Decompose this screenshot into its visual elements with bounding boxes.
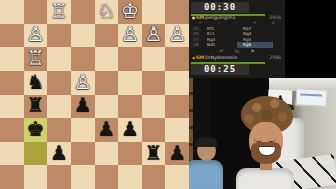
piece-wP: ♙ bbox=[145, 24, 163, 44]
game-actions: ↶ ½ ⚑ bbox=[191, 48, 283, 54]
square[interactable] bbox=[165, 0, 189, 24]
bottom-player-rating: 2986 bbox=[269, 55, 281, 61]
square[interactable] bbox=[47, 95, 71, 119]
piece-bP: ♟ bbox=[97, 119, 115, 139]
nav-menu-icon[interactable]: ≡ bbox=[271, 20, 275, 25]
nav-last-icon[interactable]: ⇥ bbox=[252, 20, 256, 25]
move-number: 28 bbox=[191, 42, 201, 47]
square[interactable]: ♖ bbox=[47, 0, 71, 24]
square[interactable]: ♞ bbox=[24, 71, 48, 95]
square[interactable] bbox=[118, 95, 142, 119]
top-clock: 00:30 bbox=[191, 2, 249, 13]
square[interactable] bbox=[165, 95, 189, 119]
blue-shirt-person-hair bbox=[196, 137, 217, 147]
piece-wP: ♙ bbox=[26, 24, 44, 44]
square[interactable] bbox=[0, 165, 24, 189]
square[interactable]: ♜ bbox=[24, 95, 48, 119]
square[interactable] bbox=[95, 142, 119, 166]
square[interactable] bbox=[0, 95, 24, 119]
square[interactable]: ♙ bbox=[24, 24, 48, 48]
square[interactable] bbox=[71, 142, 95, 166]
square[interactable] bbox=[71, 118, 95, 142]
square[interactable] bbox=[24, 142, 48, 166]
blue-shirt-person-body bbox=[189, 160, 223, 189]
square[interactable] bbox=[95, 47, 119, 71]
square[interactable] bbox=[142, 71, 166, 95]
square[interactable] bbox=[165, 118, 189, 142]
square[interactable] bbox=[95, 24, 119, 48]
bottom-player-title: GM bbox=[196, 55, 204, 60]
square[interactable] bbox=[95, 165, 119, 189]
square[interactable] bbox=[24, 165, 48, 189]
square[interactable] bbox=[142, 0, 166, 24]
black-move-active[interactable]: Kg6 bbox=[237, 42, 273, 47]
square[interactable]: ♚ bbox=[24, 118, 48, 142]
square[interactable]: ♟ bbox=[71, 95, 95, 119]
piece-wP: ♙ bbox=[168, 24, 186, 44]
square[interactable] bbox=[47, 165, 71, 189]
square[interactable] bbox=[0, 47, 24, 71]
square[interactable] bbox=[165, 47, 189, 71]
takeback-icon[interactable]: ↶ bbox=[219, 48, 223, 54]
nav-prev-icon[interactable]: ‹ bbox=[218, 20, 220, 25]
stream-frame: ♖♘♔♙♙♙♙♖♞♙♜♟♚♟♟♟♜♟ 00:30 ●GMpenguingim1 … bbox=[0, 0, 336, 189]
square[interactable] bbox=[118, 47, 142, 71]
square[interactable] bbox=[47, 47, 71, 71]
square[interactable]: ♖ bbox=[24, 47, 48, 71]
square[interactable] bbox=[71, 165, 95, 189]
piece-wP: ♙ bbox=[121, 24, 139, 44]
bottom-player-row[interactable]: ◆GMDrNykterstein 2986 bbox=[191, 55, 283, 61]
square[interactable]: ♙ bbox=[71, 71, 95, 95]
square[interactable] bbox=[118, 142, 142, 166]
square[interactable] bbox=[47, 71, 71, 95]
webcam-feed: ♟ bbox=[189, 78, 336, 189]
piece-bK: ♚ bbox=[26, 119, 44, 139]
chess-board: ♖♘♔♙♙♙♙♖♞♙♜♟♚♟♟♟♜♟ bbox=[0, 0, 189, 189]
square[interactable]: ♟ bbox=[95, 118, 119, 142]
square[interactable]: ♙ bbox=[142, 24, 166, 48]
empty-corner bbox=[285, 0, 336, 78]
nav-next-icon[interactable]: › bbox=[235, 20, 237, 25]
resign-flag-icon[interactable]: ⚑ bbox=[250, 48, 254, 54]
move-nav-bar: ⇤ ‹ › ⇥ ≡ bbox=[193, 20, 281, 25]
square[interactable] bbox=[95, 95, 119, 119]
square[interactable] bbox=[47, 118, 71, 142]
piece-bP: ♟ bbox=[168, 143, 186, 163]
square[interactable] bbox=[142, 47, 166, 71]
piece-wK: ♔ bbox=[121, 1, 139, 21]
magnus-shirt bbox=[236, 168, 294, 189]
piece-wR: ♖ bbox=[50, 1, 68, 21]
piece-bP: ♟ bbox=[50, 143, 68, 163]
square[interactable]: ♘ bbox=[95, 0, 119, 24]
square[interactable] bbox=[118, 165, 142, 189]
piece-bP: ♟ bbox=[121, 119, 139, 139]
square[interactable] bbox=[142, 118, 166, 142]
bottom-player-name[interactable]: DrNykterstein bbox=[205, 55, 237, 60]
square[interactable]: ♟ bbox=[165, 142, 189, 166]
square[interactable]: ♟ bbox=[118, 118, 142, 142]
square[interactable] bbox=[71, 47, 95, 71]
square[interactable] bbox=[165, 165, 189, 189]
square[interactable] bbox=[0, 71, 24, 95]
hanging-sign bbox=[296, 88, 328, 107]
draw-offer-icon[interactable]: ½ bbox=[234, 48, 239, 54]
piece-bR: ♜ bbox=[145, 143, 163, 163]
piece-bP: ♟ bbox=[74, 95, 92, 115]
piece-wR: ♖ bbox=[26, 48, 44, 68]
square[interactable] bbox=[0, 118, 24, 142]
square[interactable] bbox=[165, 71, 189, 95]
piece-wN: ♘ bbox=[97, 1, 115, 21]
game-panel: 00:30 ●GMpenguingim1 2916 ⇤ ‹ › ⇥ ≡ 25 R… bbox=[189, 0, 285, 78]
piece-wP: ♙ bbox=[74, 72, 92, 92]
move-row[interactable]: 28 Nd1 Kg6 bbox=[191, 42, 283, 47]
square[interactable]: ♔ bbox=[118, 0, 142, 24]
move-list: 25 Rf1 Rb7 26 Kc1 Ng4 27 Rg3 Rg5 28 Nd1 … bbox=[191, 26, 283, 48]
square[interactable]: ♙ bbox=[118, 24, 142, 48]
square[interactable] bbox=[24, 0, 48, 24]
square[interactable] bbox=[142, 165, 166, 189]
bottom-clock: 00:25 bbox=[191, 64, 249, 75]
square[interactable]: ♟ bbox=[47, 142, 71, 166]
white-move[interactable]: Nd1 bbox=[201, 42, 237, 47]
square[interactable] bbox=[0, 0, 24, 24]
square[interactable] bbox=[142, 95, 166, 119]
square[interactable] bbox=[0, 142, 24, 166]
square[interactable]: ♜ bbox=[142, 142, 166, 166]
square[interactable] bbox=[47, 24, 71, 48]
piece-bN: ♞ bbox=[26, 72, 44, 92]
square[interactable] bbox=[71, 0, 95, 24]
square[interactable] bbox=[95, 71, 119, 95]
square[interactable]: ♙ bbox=[165, 24, 189, 48]
nav-first-icon[interactable]: ⇤ bbox=[199, 20, 203, 25]
square[interactable] bbox=[118, 71, 142, 95]
piece-bR: ♜ bbox=[26, 95, 44, 115]
square[interactable] bbox=[71, 24, 95, 48]
square[interactable] bbox=[0, 24, 24, 48]
